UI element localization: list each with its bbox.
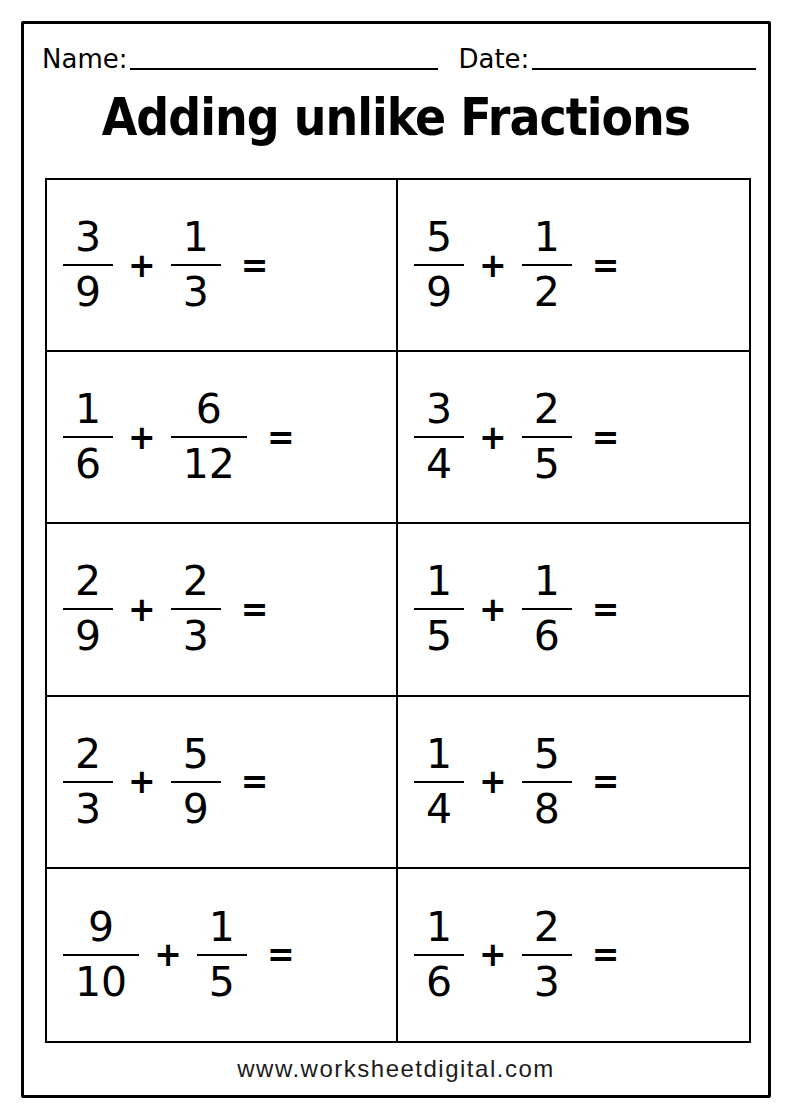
problem-cell-1: 3 9 + 1 3 = [47,180,398,352]
denominator: 6 [414,962,464,1003]
numerator: 2 [522,907,572,948]
fraction-bar [171,608,221,610]
numerator: 3 [63,217,113,258]
fraction-bar [197,954,247,956]
equals-sign: = [241,593,269,626]
fraction-bar [171,781,221,783]
fraction: 1 4 [414,734,464,830]
problem-cell-5: 2 9 + 2 3 = [47,524,398,696]
numerator: 1 [522,217,572,258]
denominator: 9 [63,272,113,313]
equals-sign: = [592,249,620,282]
denominator: 9 [171,789,221,830]
date-fill-line[interactable] [532,68,756,70]
date-label: Date: [458,44,529,76]
problem-cell-8: 1 4 + 5 8 = [398,697,749,869]
fraction: 1 5 [414,561,464,657]
denominator: 2 [522,272,572,313]
numerator: 2 [522,389,572,430]
numerator: 2 [63,734,113,775]
denominator: 8 [522,789,572,830]
problem-cell-7: 2 3 + 5 9 = [47,697,398,869]
fraction: 3 9 [63,217,113,313]
fraction: 1 6 [414,907,464,1003]
denominator: 5 [414,616,464,657]
fraction-bar [171,436,247,438]
denominator: 5 [522,444,572,485]
denominator: 3 [171,272,221,313]
fraction-bar [63,781,113,783]
numerator: 1 [171,217,221,258]
equals-sign: = [267,938,295,971]
numerator: 2 [63,561,113,602]
denominator: 6 [63,444,113,485]
fraction: 2 9 [63,561,113,657]
plus-sign: + [479,593,507,626]
fraction-bar [522,954,572,956]
name-label: Name: [42,44,127,76]
denominator: 3 [522,962,572,1003]
fraction: 1 2 [522,217,572,313]
fraction: 5 9 [414,217,464,313]
denominator: 9 [63,616,113,657]
fraction: 2 3 [63,734,113,830]
denominator: 5 [197,962,247,1003]
fraction-bar [63,264,113,266]
problem-cell-9: 9 10 + 1 5 = [47,869,398,1041]
equals-sign: = [592,421,620,454]
denominator: 12 [171,444,247,485]
numerator: 1 [414,907,464,948]
fraction: 1 6 [63,389,113,485]
plus-sign: + [479,249,507,282]
fraction-bar [522,608,572,610]
numerator: 5 [171,734,221,775]
fraction-bar [63,954,139,956]
fraction: 5 9 [171,734,221,830]
problem-cell-10: 1 6 + 2 3 = [398,869,749,1041]
plus-sign: + [479,421,507,454]
numerator: 3 [414,389,464,430]
numerator: 1 [197,907,247,948]
fraction-bar [414,264,464,266]
plus-sign: + [479,765,507,798]
numerator: 1 [414,561,464,602]
fraction: 5 8 [522,734,572,830]
fraction-bar [414,608,464,610]
problem-cell-3: 1 6 + 6 12 = [47,352,398,524]
numerator: 1 [522,561,572,602]
plus-sign: + [128,593,156,626]
plus-sign: + [128,765,156,798]
name-date-row: Name: Date: [42,44,756,76]
fraction-bar [522,781,572,783]
fraction: 2 3 [171,561,221,657]
numerator: 2 [171,561,221,602]
equals-sign: = [592,765,620,798]
fraction-bar [63,436,113,438]
fraction: 3 4 [414,389,464,485]
denominator: 4 [414,789,464,830]
fraction-bar [522,436,572,438]
fraction-bar [414,954,464,956]
fraction-bar [522,264,572,266]
fraction: 1 3 [171,217,221,313]
fraction: 2 3 [522,907,572,1003]
equals-sign: = [267,421,295,454]
numerator: 6 [184,389,234,430]
fraction: 9 10 [63,907,139,1003]
problem-cell-4: 3 4 + 2 5 = [398,352,749,524]
fraction: 1 5 [197,907,247,1003]
denominator: 4 [414,444,464,485]
problems-grid: 3 9 + 1 3 = 5 9 + 1 2 = [45,178,751,1043]
equals-sign: = [592,593,620,626]
problem-cell-6: 1 5 + 1 6 = [398,524,749,696]
denominator: 10 [63,962,139,1003]
website-url: www.worksheetdigital.com [24,1055,768,1083]
denominator: 3 [171,616,221,657]
plus-sign: + [128,421,156,454]
fraction-bar [414,436,464,438]
denominator: 6 [522,616,572,657]
denominator: 3 [63,789,113,830]
numerator: 5 [414,217,464,258]
plus-sign: + [154,938,182,971]
numerator: 1 [414,734,464,775]
equals-sign: = [592,938,620,971]
fraction: 2 5 [522,389,572,485]
fraction-bar [414,781,464,783]
fraction: 6 12 [171,389,247,485]
fraction-bar [63,608,113,610]
problem-cell-2: 5 9 + 1 2 = [398,180,749,352]
plus-sign: + [479,938,507,971]
fraction-bar [171,264,221,266]
worksheet-page: Name: Date: Adding unlike Fractions 3 9 … [21,21,771,1098]
numerator: 1 [63,389,113,430]
fraction: 1 6 [522,561,572,657]
numerator: 5 [522,734,572,775]
page-title: Adding unlike Fractions [24,87,768,147]
equals-sign: = [241,765,269,798]
plus-sign: + [128,249,156,282]
denominator: 9 [414,272,464,313]
numerator: 9 [76,907,126,948]
name-fill-line[interactable] [130,68,438,70]
equals-sign: = [241,249,269,282]
